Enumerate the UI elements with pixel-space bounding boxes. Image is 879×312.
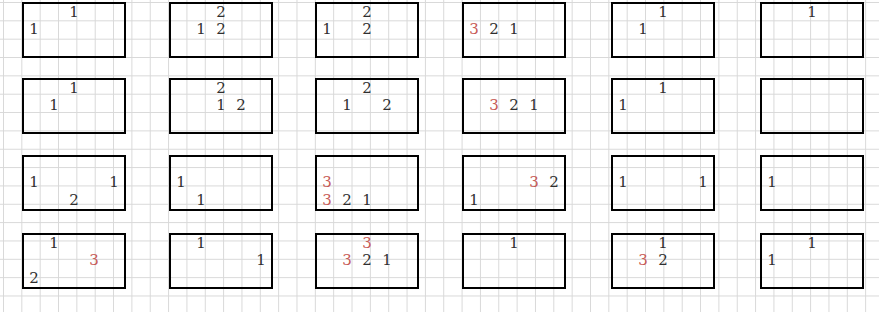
board-r3c1: 112	[22, 155, 126, 211]
cell-r4c4-r0c0	[464, 235, 484, 252]
cell-r1c5-r1c1: 1	[633, 21, 653, 38]
cell-r4c6-r2c0	[762, 270, 782, 287]
cell-r3c5-r0c2	[653, 157, 673, 174]
cell-r2c2-r1c2: 1	[211, 97, 231, 114]
cell-r2c2-r0c1	[191, 80, 211, 97]
cell-r4c1-r0c1: 1	[44, 235, 64, 252]
cell-r1c1-r2c3	[84, 39, 104, 56]
cell-r2c1-r0c1	[44, 80, 64, 97]
cell-r1c1-r1c2	[64, 21, 84, 38]
cell-r2c6-r2c0	[762, 115, 782, 132]
cell-r1c4-r1c0: 3	[464, 21, 484, 38]
cell-r2c4-r0c3	[524, 80, 544, 97]
cell-r4c1-r2c1	[44, 270, 64, 287]
cell-r3c6-r1c1	[782, 174, 802, 191]
cell-r4c3-r0c1	[337, 235, 357, 252]
cell-r3c1-r2c0	[24, 192, 44, 209]
cell-r2c2-r2c4	[251, 115, 271, 132]
cell-r4c2-r0c1: 1	[191, 235, 211, 252]
cell-r2c5-r1c3	[673, 97, 693, 114]
cell-r3c3-r1c4	[397, 174, 417, 191]
cell-r3c4-r1c4: 2	[544, 174, 564, 191]
cell-r1c3-r0c2: 2	[357, 4, 377, 21]
cell-r1c1-r0c2: 1	[64, 4, 84, 21]
cell-r3c6-r0c3	[822, 157, 842, 174]
cell-r4c4-r1c1	[484, 252, 504, 269]
cell-r1c2-r2c3	[231, 39, 251, 56]
cell-r1c5-r1c3	[673, 21, 693, 38]
cell-r2c1-r1c4	[104, 97, 124, 114]
cell-r2c5-r0c3	[673, 80, 693, 97]
cell-r1c5-r0c3	[673, 4, 693, 21]
cell-r4c1-r2c2	[64, 270, 84, 287]
cell-r1c3-r1c2: 2	[357, 21, 377, 38]
cell-r4c6-r2c2	[802, 270, 822, 287]
cell-r1c2-r1c4	[251, 21, 271, 38]
cell-r2c3-r0c4	[397, 80, 417, 97]
cell-r4c4-r2c1	[484, 270, 504, 287]
cell-r3c2-r0c3	[231, 157, 251, 174]
cell-r2c2-r1c4	[251, 97, 271, 114]
cell-r2c2-r2c1	[191, 115, 211, 132]
cell-r1c3-r0c3	[377, 4, 397, 21]
cell-r4c3-r1c4	[397, 252, 417, 269]
cell-r4c6-r1c4	[842, 252, 862, 269]
cell-r4c1-r2c3	[84, 270, 104, 287]
cell-r1c4-r0c3	[524, 4, 544, 21]
board-r1c3: 212	[315, 2, 419, 58]
board-r2c4: 321	[462, 78, 566, 134]
cell-r3c1-r0c1	[44, 157, 64, 174]
cell-r2c2-r1c1	[191, 97, 211, 114]
cell-r3c1-r0c4	[104, 157, 124, 174]
cell-r4c4-r0c1	[484, 235, 504, 252]
cell-r2c4-r1c1: 3	[484, 97, 504, 114]
cell-r2c4-r2c3	[524, 115, 544, 132]
cell-r3c5-r2c0	[613, 192, 633, 209]
cell-r2c3-r1c2	[357, 97, 377, 114]
cell-r4c5-r0c0	[613, 235, 633, 252]
cell-r4c2-r2c1	[191, 270, 211, 287]
cell-r1c6-r0c4	[842, 4, 862, 21]
cell-r4c1-r1c0	[24, 252, 44, 269]
cell-r4c2-r2c3	[231, 270, 251, 287]
cell-r1c6-r2c2	[802, 39, 822, 56]
board-r2c6	[760, 78, 864, 134]
cell-r2c1-r0c0	[24, 80, 44, 97]
cell-r2c3-r0c0	[317, 80, 337, 97]
cell-r4c6-r0c4	[842, 235, 862, 252]
cell-r1c3-r0c1	[337, 4, 357, 21]
board-r1c1: 11	[22, 2, 126, 58]
cell-r4c1-r1c1	[44, 252, 64, 269]
cell-r3c3-r0c2	[357, 157, 377, 174]
cell-r2c1-r1c3	[84, 97, 104, 114]
cell-r1c3-r2c3	[377, 39, 397, 56]
cell-r2c1-r1c2	[64, 97, 84, 114]
board-r3c4: 321	[462, 155, 566, 211]
cell-r1c2-r2c1	[191, 39, 211, 56]
cell-r2c5-r1c0: 1	[613, 97, 633, 114]
cell-r2c1-r1c0	[24, 97, 44, 114]
cell-r4c5-r1c2: 2	[653, 252, 673, 269]
cell-r4c3-r2c4	[397, 270, 417, 287]
cell-r1c5-r2c0	[613, 39, 633, 56]
cell-r3c3-r1c2	[357, 174, 377, 191]
cell-r1c6-r0c3	[822, 4, 842, 21]
cell-r2c3-r1c1: 1	[337, 97, 357, 114]
cell-r1c1-r0c3	[84, 4, 104, 21]
graph-paper-canvas: 1121221232111111212212321111121133213211…	[0, 0, 879, 312]
cell-r1c4-r2c2	[504, 39, 524, 56]
cell-r2c4-r2c1	[484, 115, 504, 132]
cell-r3c5-r0c0	[613, 157, 633, 174]
cell-r4c2-r2c0	[171, 270, 191, 287]
cell-r4c3-r2c1	[337, 270, 357, 287]
cell-r1c2-r0c2: 2	[211, 4, 231, 21]
cell-r3c3-r2c3	[377, 192, 397, 209]
cell-r3c6-r2c3	[822, 192, 842, 209]
cell-r3c2-r1c4	[251, 174, 271, 191]
cell-r1c1-r0c1	[44, 4, 64, 21]
board-r1c6: 1	[760, 2, 864, 58]
cell-r2c4-r2c2	[504, 115, 524, 132]
board-r2c1: 11	[22, 78, 126, 134]
cell-r3c1-r2c2: 2	[64, 192, 84, 209]
cell-r2c3-r2c0	[317, 115, 337, 132]
cell-r1c3-r1c0: 1	[317, 21, 337, 38]
cell-r3c6-r2c4	[842, 192, 862, 209]
cell-r1c4-r0c2	[504, 4, 524, 21]
cell-r3c5-r2c4	[693, 192, 713, 209]
cell-r4c5-r1c3	[673, 252, 693, 269]
cell-r1c2-r1c1: 1	[191, 21, 211, 38]
cell-r1c2-r0c3	[231, 4, 251, 21]
board-r2c2: 212	[169, 78, 273, 134]
cell-r3c3-r0c3	[377, 157, 397, 174]
cell-r3c4-r0c4	[544, 157, 564, 174]
cell-r2c2-r0c3	[231, 80, 251, 97]
board-r4c6: 11	[760, 233, 864, 289]
cell-r1c3-r1c3	[377, 21, 397, 38]
cell-r4c6-r1c3	[822, 252, 842, 269]
cell-r4c2-r2c4	[251, 270, 271, 287]
cell-r3c2-r0c4	[251, 157, 271, 174]
cell-r3c1-r1c4: 1	[104, 174, 124, 191]
cell-r3c4-r0c3	[524, 157, 544, 174]
cell-r2c6-r2c1	[782, 115, 802, 132]
cell-r4c5-r2c2	[653, 270, 673, 287]
cell-r1c6-r1c4	[842, 21, 862, 38]
cell-r1c4-r2c4	[544, 39, 564, 56]
cell-r2c2-r2c2	[211, 115, 231, 132]
board-r3c2: 11	[169, 155, 273, 211]
cell-r1c3-r2c0	[317, 39, 337, 56]
cell-r3c1-r2c4	[104, 192, 124, 209]
cell-r1c4-r2c1	[484, 39, 504, 56]
board-r2c3: 212	[315, 78, 419, 134]
board-r1c4: 321	[462, 2, 566, 58]
cell-r2c4-r2c4	[544, 115, 564, 132]
cell-r3c3-r0c0	[317, 157, 337, 174]
cell-r3c4-r2c3	[524, 192, 544, 209]
cell-r3c4-r2c0: 1	[464, 192, 484, 209]
cell-r3c1-r1c2	[64, 174, 84, 191]
cell-r4c4-r2c2	[504, 270, 524, 287]
cell-r3c3-r2c1: 2	[337, 192, 357, 209]
cell-r4c1-r0c3	[84, 235, 104, 252]
cell-r1c1-r1c0: 1	[24, 21, 44, 38]
cell-r2c1-r2c0	[24, 115, 44, 132]
cell-r4c3-r1c3: 1	[377, 252, 397, 269]
cell-r3c5-r0c4	[693, 157, 713, 174]
cell-r2c6-r1c4	[842, 97, 862, 114]
cell-r4c2-r1c1	[191, 252, 211, 269]
cell-r3c6-r0c1	[782, 157, 802, 174]
cell-r4c2-r1c2	[211, 252, 231, 269]
cell-r4c6-r1c2	[802, 252, 822, 269]
cell-r3c2-r2c2	[211, 192, 231, 209]
cell-r4c6-r1c0: 1	[762, 252, 782, 269]
cell-r3c4-r1c3: 3	[524, 174, 544, 191]
cell-r4c6-r1c1	[782, 252, 802, 269]
cell-r2c4-r1c4	[544, 97, 564, 114]
cell-r2c6-r2c2	[802, 115, 822, 132]
cell-r2c5-r2c0	[613, 115, 633, 132]
cell-r4c5-r0c3	[673, 235, 693, 252]
cell-r1c2-r0c1	[191, 4, 211, 21]
cell-r1c3-r1c1	[337, 21, 357, 38]
cell-r2c5-r2c2	[653, 115, 673, 132]
cell-r2c4-r1c2: 2	[504, 97, 524, 114]
cell-r2c6-r0c0	[762, 80, 782, 97]
cell-r3c2-r2c3	[231, 192, 251, 209]
cell-r3c6-r1c4	[842, 174, 862, 191]
cell-r1c1-r2c4	[104, 39, 124, 56]
cell-r2c2-r1c3: 2	[231, 97, 251, 114]
cell-r4c1-r2c4	[104, 270, 124, 287]
cell-r4c2-r1c3	[231, 252, 251, 269]
cell-r1c3-r1c4	[397, 21, 417, 38]
cell-r1c1-r1c1	[44, 21, 64, 38]
cell-r3c1-r2c1	[44, 192, 64, 209]
board-r3c5: 11	[611, 155, 715, 211]
cell-r4c4-r1c3	[524, 252, 544, 269]
cell-r2c6-r0c1	[782, 80, 802, 97]
cell-r3c2-r0c2	[211, 157, 231, 174]
cell-r1c2-r0c0	[171, 4, 191, 21]
cell-r3c2-r1c0: 1	[171, 174, 191, 191]
cell-r2c1-r0c3	[84, 80, 104, 97]
cell-r3c4-r0c1	[484, 157, 504, 174]
cell-r1c4-r1c4	[544, 21, 564, 38]
cell-r2c4-r0c2	[504, 80, 524, 97]
cell-r4c6-r0c3	[822, 235, 842, 252]
cell-r3c3-r2c0: 3	[317, 192, 337, 209]
cell-r4c5-r2c0	[613, 270, 633, 287]
cell-r4c4-r0c3	[524, 235, 544, 252]
cell-r1c4-r1c2: 1	[504, 21, 524, 38]
cell-r1c1-r1c4	[104, 21, 124, 38]
cell-r3c6-r2c0	[762, 192, 782, 209]
cell-r4c1-r2c0: 2	[24, 270, 44, 287]
cell-r3c6-r0c0	[762, 157, 782, 174]
cell-r3c1-r1c0: 1	[24, 174, 44, 191]
cell-r3c4-r2c2	[504, 192, 524, 209]
cell-r2c5-r0c2: 1	[653, 80, 673, 97]
cell-r4c2-r0c2	[211, 235, 231, 252]
cell-r1c3-r2c4	[397, 39, 417, 56]
cell-r2c3-r1c0	[317, 97, 337, 114]
cell-r4c2-r0c4	[251, 235, 271, 252]
cell-r4c1-r0c0	[24, 235, 44, 252]
cell-r3c2-r2c1: 1	[191, 192, 211, 209]
cell-r4c5-r2c1	[633, 270, 653, 287]
cell-r3c6-r1c3	[822, 174, 842, 191]
cell-r3c1-r0c3	[84, 157, 104, 174]
cell-r2c4-r1c3: 1	[524, 97, 544, 114]
cell-r2c3-r0c3	[377, 80, 397, 97]
board-r2c5: 11	[611, 78, 715, 134]
cell-r2c1-r0c2: 1	[64, 80, 84, 97]
cell-r1c5-r2c2	[653, 39, 673, 56]
cell-r3c5-r2c3	[673, 192, 693, 209]
board-r4c2: 11	[169, 233, 273, 289]
cell-r1c6-r0c0	[762, 4, 782, 21]
cell-r3c4-r1c0	[464, 174, 484, 191]
cell-r3c3-r2c4	[397, 192, 417, 209]
cell-r3c2-r1c2	[211, 174, 231, 191]
cell-r4c5-r1c1: 3	[633, 252, 653, 269]
cell-r2c5-r2c4	[693, 115, 713, 132]
cell-r2c1-r2c1	[44, 115, 64, 132]
cell-r4c4-r1c2	[504, 252, 524, 269]
cell-r2c3-r1c3: 2	[377, 97, 397, 114]
cell-r3c4-r2c4	[544, 192, 564, 209]
cell-r4c3-r1c2: 2	[357, 252, 377, 269]
cell-r1c6-r1c0	[762, 21, 782, 38]
cell-r1c5-r2c4	[693, 39, 713, 56]
cell-r2c3-r2c1	[337, 115, 357, 132]
cell-r4c6-r0c0	[762, 235, 782, 252]
cell-r2c3-r2c3	[377, 115, 397, 132]
cell-r1c2-r2c4	[251, 39, 271, 56]
cell-r2c5-r0c0	[613, 80, 633, 97]
cell-r2c3-r2c2	[357, 115, 377, 132]
cell-r4c5-r1c4	[693, 252, 713, 269]
cell-r4c4-r0c2: 1	[504, 235, 524, 252]
cell-r3c2-r2c4	[251, 192, 271, 209]
board-r4c4: 1	[462, 233, 566, 289]
cell-r1c1-r2c1	[44, 39, 64, 56]
cell-r2c4-r2c0	[464, 115, 484, 132]
cell-r1c2-r1c3	[231, 21, 251, 38]
cell-r3c3-r2c2: 1	[357, 192, 377, 209]
cell-r2c4-r0c0	[464, 80, 484, 97]
cell-r2c5-r1c1	[633, 97, 653, 114]
cell-r3c4-r1c1	[484, 174, 504, 191]
cell-r1c5-r0c1	[633, 4, 653, 21]
cell-r1c1-r2c2	[64, 39, 84, 56]
cell-r2c6-r0c4	[842, 80, 862, 97]
cell-r4c3-r2c2	[357, 270, 377, 287]
cell-r3c5-r1c1	[633, 174, 653, 191]
cell-r1c1-r0c0	[24, 4, 44, 21]
cell-r4c5-r0c4	[693, 235, 713, 252]
cell-r3c1-r2c3	[84, 192, 104, 209]
cell-r3c2-r1c1	[191, 174, 211, 191]
cell-r3c1-r0c0	[24, 157, 44, 174]
cell-r1c1-r1c3	[84, 21, 104, 38]
cell-r1c5-r0c2: 1	[653, 4, 673, 21]
cell-r3c3-r1c3	[377, 174, 397, 191]
cell-r1c6-r2c3	[822, 39, 842, 56]
cell-r1c2-r2c0	[171, 39, 191, 56]
cell-r1c4-r0c1	[484, 4, 504, 21]
cell-r3c6-r2c2	[802, 192, 822, 209]
cell-r3c4-r2c1	[484, 192, 504, 209]
board-r1c2: 212	[169, 2, 273, 58]
cell-r2c6-r1c3	[822, 97, 842, 114]
cell-r4c1-r1c2	[64, 252, 84, 269]
cell-r2c1-r0c4	[104, 80, 124, 97]
cell-r1c4-r2c3	[524, 39, 544, 56]
cell-r3c4-r0c2	[504, 157, 524, 174]
cell-r1c2-r2c2	[211, 39, 231, 56]
cell-r3c3-r0c1	[337, 157, 357, 174]
cell-r3c3-r1c0: 3	[317, 174, 337, 191]
cell-r4c5-r2c3	[673, 270, 693, 287]
cell-r4c6-r2c4	[842, 270, 862, 287]
cell-r4c3-r1c1: 3	[337, 252, 357, 269]
cell-r4c4-r0c4	[544, 235, 564, 252]
board-r3c6: 1	[760, 155, 864, 211]
cell-r4c2-r0c3	[231, 235, 251, 252]
cell-r1c1-r0c4	[104, 4, 124, 21]
cell-r1c5-r2c1	[633, 39, 653, 56]
cell-r2c3-r0c2: 2	[357, 80, 377, 97]
cell-r1c4-r1c1: 2	[484, 21, 504, 38]
cell-r4c1-r1c3: 3	[84, 252, 104, 269]
cell-r4c3-r0c4	[397, 235, 417, 252]
cell-r2c5-r0c1	[633, 80, 653, 97]
cell-r1c5-r1c4	[693, 21, 713, 38]
cell-r4c4-r2c3	[524, 270, 544, 287]
cell-r1c4-r0c0	[464, 4, 484, 21]
cell-r4c5-r0c2: 1	[653, 235, 673, 252]
cell-r2c6-r1c2	[802, 97, 822, 114]
cell-r4c3-r0c3	[377, 235, 397, 252]
board-r1c5: 11	[611, 2, 715, 58]
board-r4c1: 132	[22, 233, 126, 289]
cell-r3c6-r1c0: 1	[762, 174, 782, 191]
cell-r4c6-r0c2: 1	[802, 235, 822, 252]
cell-r1c6-r0c1	[782, 4, 802, 21]
board-r3c3: 3321	[315, 155, 419, 211]
cell-r1c4-r1c3	[524, 21, 544, 38]
cell-r2c6-r0c2	[802, 80, 822, 97]
cell-r3c4-r1c2	[504, 174, 524, 191]
cell-r2c6-r0c3	[822, 80, 842, 97]
cell-r3c2-r1c3	[231, 174, 251, 191]
cell-r4c1-r1c4	[104, 252, 124, 269]
cell-r1c4-r0c4	[544, 4, 564, 21]
cell-r4c4-r1c4	[544, 252, 564, 269]
cell-r2c6-r2c3	[822, 115, 842, 132]
cell-r4c2-r1c4: 1	[251, 252, 271, 269]
cell-r1c5-r1c2	[653, 21, 673, 38]
board-r4c5: 132	[611, 233, 715, 289]
